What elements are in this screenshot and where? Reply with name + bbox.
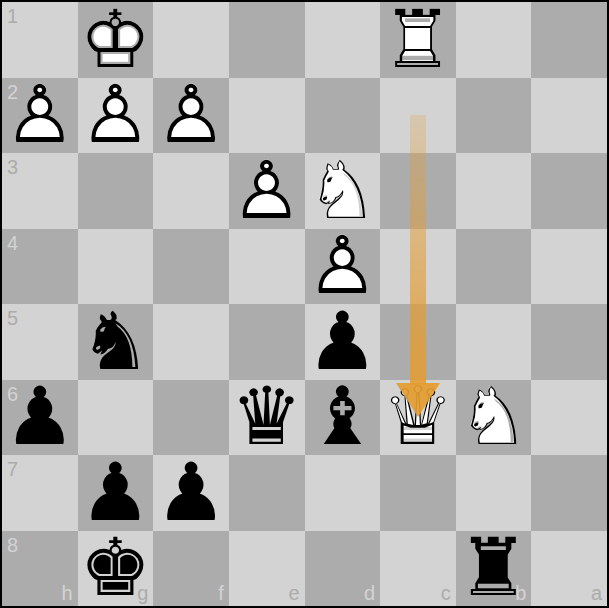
square-d8[interactable]: d [305,531,381,607]
square-c4[interactable] [380,229,456,305]
square-f2[interactable]: ♟♙ [153,78,229,154]
file-label-f: f [218,583,224,603]
square-c8[interactable]: c [380,531,456,607]
square-e5[interactable] [229,304,305,380]
piece-black-rook[interactable]: ♜ [456,531,532,607]
square-h4[interactable]: 4 [2,229,78,305]
square-h5[interactable]: 5 [2,304,78,380]
square-h6[interactable]: 6♟ [2,380,78,456]
file-label-d: d [364,583,375,603]
file-label-e: e [288,583,299,603]
square-h7[interactable]: 7 [2,455,78,531]
square-h2[interactable]: 2♟♙ [2,78,78,154]
square-b7[interactable] [456,455,532,531]
piece-black-pawn[interactable]: ♟ [78,455,154,531]
square-b8[interactable]: b♜ [456,531,532,607]
piece-black-bishop[interactable]: ♝ [305,380,381,456]
square-g2[interactable]: ♟♙ [78,78,154,154]
square-c6[interactable]: ♛♕ [380,380,456,456]
rank-label-8: 8 [7,535,18,555]
square-d2[interactable] [305,78,381,154]
square-b6[interactable]: ♞♘ [456,380,532,456]
square-d5[interactable]: ♟ [305,304,381,380]
piece-white-pawn[interactable]: ♟♙ [2,78,78,154]
square-e8[interactable]: e [229,531,305,607]
rank-label-4: 4 [7,233,18,253]
board-frame: 1♚♔♜♖2♟♙♟♙♟♙3♟♙♞♘4♟♙5♞♟6♟♛♝♛♕♞♘7♟♟8hg♚fe… [0,0,609,608]
square-h3[interactable]: 3 [2,153,78,229]
square-c2[interactable] [380,78,456,154]
square-g7[interactable]: ♟ [78,455,154,531]
square-g4[interactable] [78,229,154,305]
rank-label-1: 1 [7,6,18,26]
square-e4[interactable] [229,229,305,305]
square-g6[interactable] [78,380,154,456]
square-a8[interactable]: a [531,531,607,607]
piece-black-knight[interactable]: ♞ [78,304,154,380]
square-c1[interactable]: ♜♖ [380,2,456,78]
square-e1[interactable] [229,2,305,78]
square-c5[interactable] [380,304,456,380]
piece-black-pawn[interactable]: ♟ [305,304,381,380]
piece-white-knight[interactable]: ♞♘ [456,380,532,456]
square-a2[interactable] [531,78,607,154]
chess-board: 1♚♔♜♖2♟♙♟♙♟♙3♟♙♞♘4♟♙5♞♟6♟♛♝♛♕♞♘7♟♟8hg♚fe… [2,2,607,606]
file-label-c: c [441,583,451,603]
square-b1[interactable] [456,2,532,78]
rank-label-5: 5 [7,308,18,328]
square-b5[interactable] [456,304,532,380]
square-a1[interactable] [531,2,607,78]
piece-white-knight[interactable]: ♞♘ [305,153,381,229]
piece-black-pawn[interactable]: ♟ [153,455,229,531]
square-f6[interactable] [153,380,229,456]
square-f3[interactable] [153,153,229,229]
piece-black-king[interactable]: ♚ [78,531,154,607]
square-f8[interactable]: f [153,531,229,607]
square-d6[interactable]: ♝ [305,380,381,456]
square-g1[interactable]: ♚♔ [78,2,154,78]
piece-white-pawn[interactable]: ♟♙ [229,153,305,229]
square-h1[interactable]: 1 [2,2,78,78]
square-b3[interactable] [456,153,532,229]
square-e2[interactable] [229,78,305,154]
piece-white-pawn[interactable]: ♟♙ [305,229,381,305]
file-label-a: a [591,583,602,603]
piece-black-queen[interactable]: ♛ [229,380,305,456]
square-a5[interactable] [531,304,607,380]
square-d4[interactable]: ♟♙ [305,229,381,305]
square-e6[interactable]: ♛ [229,380,305,456]
square-a6[interactable] [531,380,607,456]
square-e7[interactable] [229,455,305,531]
piece-white-rook[interactable]: ♜♖ [380,2,456,78]
square-d7[interactable] [305,455,381,531]
square-d3[interactable]: ♞♘ [305,153,381,229]
piece-white-pawn[interactable]: ♟♙ [153,78,229,154]
square-g5[interactable]: ♞ [78,304,154,380]
square-f4[interactable] [153,229,229,305]
piece-white-pawn[interactable]: ♟♙ [78,78,154,154]
file-label-h: h [62,583,73,603]
square-f5[interactable] [153,304,229,380]
square-b2[interactable] [456,78,532,154]
piece-white-queen[interactable]: ♛♕ [380,380,456,456]
square-c7[interactable] [380,455,456,531]
piece-black-pawn[interactable]: ♟ [2,380,78,456]
square-a3[interactable] [531,153,607,229]
square-f1[interactable] [153,2,229,78]
square-d1[interactable] [305,2,381,78]
square-c3[interactable] [380,153,456,229]
square-g8[interactable]: g♚ [78,531,154,607]
square-g3[interactable] [78,153,154,229]
square-e3[interactable]: ♟♙ [229,153,305,229]
square-a4[interactable] [531,229,607,305]
piece-white-king[interactable]: ♚♔ [78,2,154,78]
square-h8[interactable]: 8h [2,531,78,607]
square-a7[interactable] [531,455,607,531]
square-b4[interactable] [456,229,532,305]
square-f7[interactable]: ♟ [153,455,229,531]
